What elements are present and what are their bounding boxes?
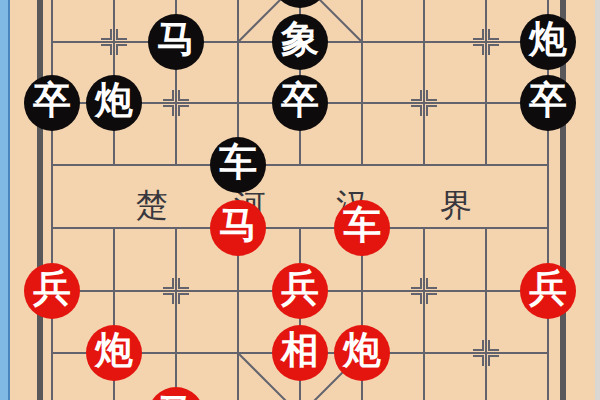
point-marker-corner bbox=[488, 44, 499, 55]
left-blue-edge-strip bbox=[0, 0, 10, 400]
point-marker-corner bbox=[473, 355, 484, 366]
point-marker-corner bbox=[426, 105, 437, 116]
point-marker-c3 bbox=[163, 90, 189, 116]
piece-red-soldier-i6[interactable]: 兵 bbox=[520, 263, 576, 319]
point-marker-corner bbox=[473, 29, 484, 40]
river-char-3: 界 bbox=[436, 184, 476, 220]
point-marker-corner bbox=[163, 278, 174, 289]
point-marker-corner bbox=[116, 44, 127, 55]
piece-red-cannon-b7[interactable]: 炮 bbox=[86, 325, 142, 381]
file-line-0 bbox=[51, 0, 53, 400]
file-line-7-top bbox=[485, 0, 487, 165]
point-marker-corner bbox=[178, 293, 189, 304]
point-marker-corner bbox=[411, 105, 422, 116]
point-marker-h7 bbox=[473, 340, 499, 366]
piece-red-cannon-f7[interactable]: 炮 bbox=[334, 325, 390, 381]
point-marker-corner bbox=[426, 278, 437, 289]
point-marker-corner bbox=[178, 278, 189, 289]
point-marker-corner bbox=[163, 293, 174, 304]
file-line-2-bottom bbox=[175, 228, 177, 400]
piece-red-elephant-e7[interactable]: 相 bbox=[272, 325, 328, 381]
piece-red-soldier-e6[interactable]: 兵 bbox=[272, 263, 328, 319]
point-marker-corner bbox=[178, 105, 189, 116]
point-marker-corner bbox=[101, 44, 112, 55]
board-frame-left bbox=[37, 0, 43, 400]
point-marker-corner bbox=[116, 29, 127, 40]
point-marker-corner bbox=[426, 90, 437, 101]
point-marker-c6 bbox=[163, 278, 189, 304]
piece-black-chariot-d4[interactable]: 车 bbox=[210, 137, 266, 193]
point-marker-corner bbox=[411, 278, 422, 289]
piece-black-soldier-a3[interactable]: 卒 bbox=[24, 75, 80, 131]
piece-red-chariot-f5[interactable]: 车 bbox=[334, 200, 390, 256]
river-char-0: 楚 bbox=[132, 184, 172, 220]
file-line-5-top bbox=[361, 0, 363, 165]
point-marker-corner bbox=[411, 90, 422, 101]
piece-black-elephant-e2[interactable]: 象 bbox=[272, 14, 328, 70]
file-line-7-bottom bbox=[485, 228, 487, 400]
point-marker-corner bbox=[101, 29, 112, 40]
point-marker-corner bbox=[488, 355, 499, 366]
point-marker-b2 bbox=[101, 29, 127, 55]
point-marker-corner bbox=[473, 340, 484, 351]
point-marker-corner bbox=[488, 340, 499, 351]
point-marker-g3 bbox=[411, 90, 437, 116]
point-marker-corner bbox=[473, 44, 484, 55]
file-line-6-bottom bbox=[423, 228, 425, 400]
piece-black-cannon-b3[interactable]: 炮 bbox=[86, 75, 142, 131]
piece-black-horse-c2[interactable]: 马 bbox=[148, 14, 204, 70]
point-marker-g6 bbox=[411, 278, 437, 304]
point-marker-corner bbox=[488, 29, 499, 40]
point-marker-h2 bbox=[473, 29, 499, 55]
file-line-6-top bbox=[423, 0, 425, 165]
piece-red-horse-d5[interactable]: 马 bbox=[210, 200, 266, 256]
point-marker-corner bbox=[163, 105, 174, 116]
piece-red-horse-c8[interactable]: 马 bbox=[148, 387, 204, 400]
piece-red-soldier-a6[interactable]: 兵 bbox=[24, 263, 80, 319]
right-edge-strip bbox=[595, 0, 600, 400]
piece-black-soldier-e3[interactable]: 卒 bbox=[272, 75, 328, 131]
point-marker-corner bbox=[426, 293, 437, 304]
point-marker-corner bbox=[411, 293, 422, 304]
xiangqi-board: 楚河汉界 士马象炮卒炮卒卒车马车兵兵兵炮相炮马 bbox=[0, 0, 600, 400]
point-marker-corner bbox=[178, 90, 189, 101]
piece-black-soldier-i3[interactable]: 卒 bbox=[520, 75, 576, 131]
point-marker-corner bbox=[163, 90, 174, 101]
piece-black-cannon-i2[interactable]: 炮 bbox=[520, 14, 576, 70]
